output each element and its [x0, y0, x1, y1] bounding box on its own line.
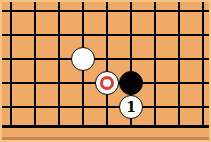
grid-line-vertical — [154, 2, 156, 128]
grid-line-vertical — [106, 2, 108, 128]
grid-line-vertical — [58, 2, 60, 128]
grid-line-horizontal — [2, 34, 209, 36]
board-edge-line — [2, 125, 209, 128]
grid-line-horizontal — [2, 58, 209, 60]
go-board[interactable]: 1 — [2, 2, 209, 140]
white-stone[interactable]: 1 — [119, 95, 143, 119]
white-stone[interactable] — [95, 71, 119, 95]
circle-marker-icon — [100, 76, 114, 90]
black-stone[interactable] — [119, 71, 143, 95]
grid-line-vertical — [10, 2, 12, 128]
grid-line-vertical — [34, 2, 36, 128]
grid-line-horizontal — [2, 106, 209, 108]
board-side-shadow — [2, 137, 209, 140]
go-diagram: 1 — [0, 0, 211, 142]
grid-line-vertical — [202, 2, 204, 128]
grid-line-vertical — [178, 2, 180, 128]
move-number-label: 1 — [126, 100, 136, 114]
grid-line-horizontal — [2, 10, 209, 12]
white-stone[interactable] — [71, 47, 95, 71]
